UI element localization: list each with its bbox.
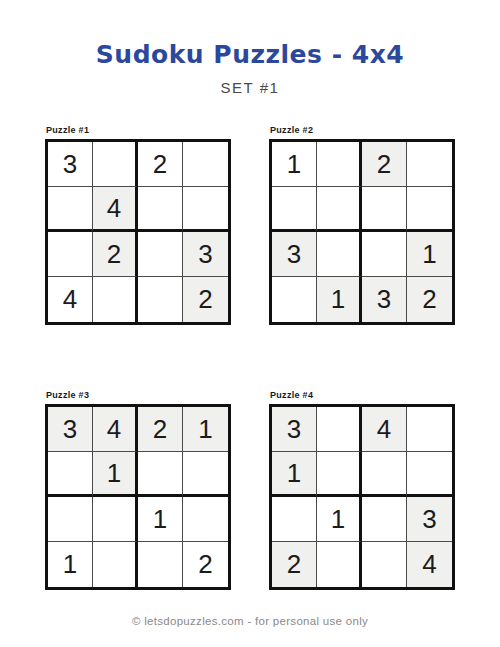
sudoku-cell-r2c2 <box>317 187 362 232</box>
puzzle-label-1: Puzzle #1 <box>46 125 231 135</box>
sudoku-cell-r4c1 <box>272 277 317 322</box>
sudoku-cell-r2c3 <box>362 187 407 232</box>
page-subtitle: SET #1 <box>0 79 500 96</box>
puzzle-block-4: Puzzle #43411324 <box>269 390 455 590</box>
sudoku-cell-r1c2 <box>317 142 362 187</box>
sudoku-cell-r1c1: 3 <box>272 407 317 452</box>
puzzle-block-1: Puzzle #13242342 <box>45 125 231 325</box>
sudoku-cell-r4c2: 1 <box>317 277 362 322</box>
sudoku-cell-r1c1: 3 <box>48 142 93 187</box>
sudoku-cell-r1c2 <box>93 142 138 187</box>
sudoku-cell-r4c4: 2 <box>183 542 228 587</box>
sudoku-cell-r2c3 <box>362 452 407 497</box>
puzzle-label-3: Puzzle #3 <box>46 390 231 400</box>
sudoku-board-2: 1231132 <box>269 139 455 325</box>
sudoku-cell-r1c3: 2 <box>138 407 183 452</box>
sudoku-cell-r1c1: 1 <box>272 142 317 187</box>
sudoku-cell-r4c2 <box>317 542 362 587</box>
sudoku-cell-r3c4: 1 <box>407 232 452 277</box>
sudoku-cell-r4c1: 1 <box>48 542 93 587</box>
sudoku-cell-r2c3 <box>138 452 183 497</box>
sudoku-cell-r2c2: 1 <box>93 452 138 497</box>
sudoku-cell-r1c3: 2 <box>138 142 183 187</box>
sudoku-cell-r3c2: 2 <box>93 232 138 277</box>
sudoku-board-3: 34211112 <box>45 404 231 590</box>
sudoku-cell-r2c2: 4 <box>93 187 138 232</box>
sudoku-cell-r4c3 <box>138 277 183 322</box>
sudoku-cell-r2c4 <box>407 452 452 497</box>
sudoku-cell-r1c4 <box>183 142 228 187</box>
sudoku-cell-r2c2 <box>317 452 362 497</box>
page-title: Sudoku Puzzles - 4x4 <box>0 40 500 69</box>
sudoku-board-1: 3242342 <box>45 139 231 325</box>
sudoku-cell-r3c3: 1 <box>138 497 183 542</box>
sudoku-cell-r1c3: 2 <box>362 142 407 187</box>
sudoku-cell-r1c3: 4 <box>362 407 407 452</box>
sudoku-cell-r4c4: 2 <box>183 277 228 322</box>
sudoku-cell-r3c3 <box>362 232 407 277</box>
sudoku-cell-r4c3: 3 <box>362 277 407 322</box>
sudoku-cell-r3c2 <box>317 232 362 277</box>
sudoku-cell-r1c1: 3 <box>48 407 93 452</box>
sudoku-cell-r3c2 <box>93 497 138 542</box>
sudoku-cell-r4c2 <box>93 542 138 587</box>
sudoku-cell-r3c3 <box>138 232 183 277</box>
sudoku-cell-r4c1: 2 <box>272 542 317 587</box>
puzzle-label-4: Puzzle #4 <box>270 390 455 400</box>
sudoku-cell-r3c3 <box>362 497 407 542</box>
sudoku-cell-r3c1 <box>48 497 93 542</box>
sudoku-cell-r4c3 <box>362 542 407 587</box>
sudoku-cell-r2c4 <box>407 187 452 232</box>
sudoku-cell-r1c2: 4 <box>93 407 138 452</box>
puzzle-block-2: Puzzle #21231132 <box>269 125 455 325</box>
sudoku-cell-r2c1 <box>48 187 93 232</box>
sudoku-cell-r2c4 <box>183 452 228 497</box>
sudoku-cell-r3c2: 1 <box>317 497 362 542</box>
sudoku-cell-r2c1 <box>272 187 317 232</box>
sudoku-cell-r3c1 <box>48 232 93 277</box>
sudoku-cell-r2c1 <box>48 452 93 497</box>
sudoku-cell-r4c4: 2 <box>407 277 452 322</box>
sudoku-board-4: 3411324 <box>269 404 455 590</box>
worksheet-page: Sudoku Puzzles - 4x4 SET #1 Puzzle #1324… <box>0 0 500 647</box>
sudoku-cell-r3c1: 3 <box>272 232 317 277</box>
sudoku-cell-r4c1: 4 <box>48 277 93 322</box>
sudoku-cell-r3c4 <box>183 497 228 542</box>
sudoku-cell-r1c4 <box>407 407 452 452</box>
puzzle-label-2: Puzzle #2 <box>270 125 455 135</box>
sudoku-cell-r1c4: 1 <box>183 407 228 452</box>
sudoku-cell-r4c4: 4 <box>407 542 452 587</box>
sudoku-cell-r3c4: 3 <box>183 232 228 277</box>
sudoku-cell-r3c1 <box>272 497 317 542</box>
sudoku-cell-r4c3 <box>138 542 183 587</box>
puzzle-block-3: Puzzle #334211112 <box>45 390 231 590</box>
sudoku-cell-r2c1: 1 <box>272 452 317 497</box>
sudoku-cell-r2c4 <box>183 187 228 232</box>
sudoku-cell-r2c3 <box>138 187 183 232</box>
footer-credit: © letsdopuzzles.com - for personal use o… <box>0 615 500 627</box>
sudoku-cell-r1c4 <box>407 142 452 187</box>
sudoku-cell-r1c2 <box>317 407 362 452</box>
sudoku-cell-r4c2 <box>93 277 138 322</box>
sudoku-cell-r3c4: 3 <box>407 497 452 542</box>
